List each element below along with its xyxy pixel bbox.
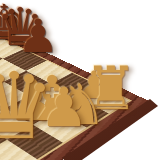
chess-set-photo: ♚♛♟♟♜♟♝♞♟♛ [0, 0, 160, 160]
piece-black-pawn: ♟ [17, 13, 58, 59]
piece-white-queen: ♛ [0, 61, 55, 153]
